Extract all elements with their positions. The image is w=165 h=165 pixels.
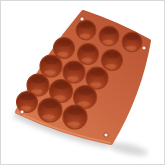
mold-cavity-8 — [63, 61, 85, 83]
hang-hole-3 — [20, 110, 24, 114]
mold-cavity-1 — [76, 20, 96, 40]
mold-cavity-6 — [102, 50, 123, 71]
mold-cavity-9 — [86, 67, 108, 89]
mold-cavity-2 — [99, 26, 119, 46]
mold-cavity-4 — [54, 38, 75, 59]
mold-cavity-14 — [38, 98, 62, 122]
hang-hole-2 — [142, 46, 146, 50]
hang-hole-4 — [104, 133, 108, 137]
product-photo — [0, 0, 165, 165]
mold-cavity-13 — [17, 92, 38, 113]
hang-hole-1 — [80, 17, 84, 21]
mold-cavity-7 — [40, 55, 62, 77]
mold-cavity-3 — [122, 32, 142, 52]
mold-photo-canvas — [0, 0, 165, 165]
mold-cavity-15 — [63, 105, 87, 129]
mold-cavity-5 — [78, 44, 99, 65]
